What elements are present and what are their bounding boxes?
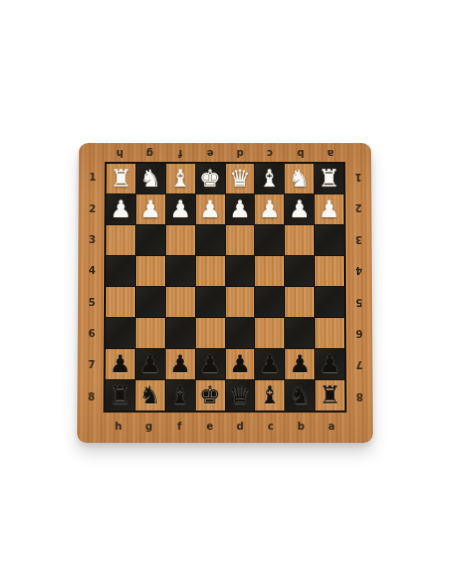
piece-bP-f7: ♟ (169, 352, 191, 376)
square-a4[interactable] (315, 256, 344, 286)
rank-label-right-4: 4 (351, 255, 367, 286)
product-photo-scene: hgfedcba 12345678 ♜♞♝♚♛♝♞♜♟♟♟♟♟♟♟♟♟♟♟♟♟♟… (0, 0, 452, 584)
square-c2[interactable]: ♟ (255, 194, 284, 224)
square-f7[interactable]: ♟ (166, 349, 195, 379)
square-c4[interactable] (255, 256, 284, 286)
piece-bR-h8: ♜ (109, 383, 131, 407)
file-label-top-h: h (105, 146, 135, 161)
piece-wP-f2: ♟ (170, 197, 191, 221)
piece-bK-e8: ♚ (199, 383, 221, 407)
rank-label-left-3: 3 (84, 224, 100, 255)
square-a7[interactable]: ♟ (315, 349, 344, 379)
square-a1[interactable]: ♜ (315, 164, 344, 194)
rank-labels-right: 12345678 (350, 162, 367, 413)
rank-label-left-7: 7 (83, 349, 99, 381)
piece-wQ-d1: ♛ (229, 167, 250, 191)
rank-label-right-6: 6 (351, 318, 367, 349)
square-h2[interactable]: ♟ (106, 194, 135, 224)
rank-label-right-5: 5 (351, 287, 367, 318)
square-g4[interactable] (136, 256, 165, 286)
square-c5[interactable] (255, 287, 284, 317)
piece-bP-g7: ♟ (139, 352, 161, 376)
square-b6[interactable] (285, 318, 314, 348)
piece-bR-a8: ♜ (319, 383, 341, 407)
square-e8[interactable]: ♚ (195, 380, 224, 410)
square-d2[interactable]: ♟ (225, 194, 254, 224)
square-b7[interactable]: ♟ (285, 349, 314, 379)
piece-wP-d2: ♟ (229, 197, 250, 221)
piece-bN-g8: ♞ (139, 383, 161, 407)
file-label-bottom-c: c (255, 419, 285, 434)
square-g1[interactable]: ♞ (136, 164, 165, 194)
square-a6[interactable] (315, 318, 344, 348)
file-label-bottom-h: h (103, 419, 133, 434)
chess-board: hgfedcba 12345678 ♜♞♝♚♛♝♞♜♟♟♟♟♟♟♟♟♟♟♟♟♟♟… (77, 143, 373, 443)
piece-wP-e2: ♟ (199, 197, 220, 221)
square-e7[interactable]: ♟ (196, 349, 225, 379)
square-h3[interactable] (106, 225, 135, 255)
square-g5[interactable] (136, 287, 165, 317)
piece-bP-b7: ♟ (289, 352, 311, 376)
square-c3[interactable] (255, 225, 284, 255)
rank-label-left-2: 2 (84, 193, 100, 224)
square-d8[interactable]: ♛ (226, 380, 255, 410)
file-label-bottom-g: g (134, 419, 164, 434)
square-g6[interactable] (136, 318, 165, 348)
file-label-bottom-f: f (164, 419, 194, 434)
piece-wP-a2: ♟ (318, 197, 340, 221)
rank-label-left-6: 6 (84, 318, 100, 349)
board-grid: ♜♞♝♚♛♝♞♜♟♟♟♟♟♟♟♟♟♟♟♟♟♟♟♟♜♞♝♚♛♝♞♜ (103, 162, 346, 413)
square-c8[interactable]: ♝ (255, 380, 284, 410)
piece-wB-f1: ♝ (170, 167, 191, 191)
piece-wP-g2: ♟ (140, 197, 162, 221)
square-d5[interactable] (225, 287, 254, 317)
square-e3[interactable] (196, 225, 225, 255)
square-h1[interactable]: ♜ (107, 164, 136, 194)
square-d6[interactable] (226, 318, 255, 348)
square-f8[interactable]: ♝ (165, 380, 194, 410)
piece-wR-h1: ♜ (110, 167, 132, 191)
square-b8[interactable]: ♞ (285, 380, 314, 410)
square-e1[interactable]: ♚ (196, 164, 225, 194)
piece-bP-h7: ♟ (109, 352, 131, 376)
rank-label-right-7: 7 (351, 349, 367, 381)
square-h4[interactable] (106, 256, 135, 286)
square-a8[interactable]: ♜ (315, 380, 344, 410)
piece-wP-h2: ♟ (110, 197, 132, 221)
piece-bP-e7: ♟ (199, 352, 221, 376)
square-b4[interactable] (285, 256, 314, 286)
square-d4[interactable] (225, 256, 254, 286)
square-h8[interactable]: ♜ (105, 380, 134, 410)
square-f4[interactable] (166, 256, 195, 286)
square-a3[interactable] (315, 225, 344, 255)
file-label-top-d: d (225, 146, 255, 161)
file-label-top-e: e (195, 146, 225, 161)
square-d3[interactable] (225, 225, 254, 255)
piece-wR-a1: ♜ (318, 167, 340, 191)
piece-wN-g1: ♞ (140, 167, 161, 191)
file-label-top-b: b (285, 146, 315, 161)
piece-bP-c7: ♟ (259, 352, 281, 376)
file-label-bottom-b: b (286, 419, 316, 434)
rank-label-left-1: 1 (85, 162, 101, 193)
square-g8[interactable]: ♞ (135, 380, 164, 410)
piece-bP-d7: ♟ (229, 352, 251, 376)
piece-bB-f8: ♝ (169, 383, 191, 407)
square-e2[interactable]: ♟ (196, 194, 225, 224)
file-label-top-c: c (255, 146, 285, 161)
square-e6[interactable] (196, 318, 225, 348)
square-h7[interactable]: ♟ (106, 349, 135, 379)
square-e4[interactable] (196, 256, 225, 286)
piece-bP-a7: ♟ (319, 352, 341, 376)
square-c7[interactable]: ♟ (255, 349, 284, 379)
file-labels-bottom: hgfedcba (103, 419, 346, 434)
rank-label-left-4: 4 (84, 255, 100, 286)
square-a5[interactable] (315, 287, 344, 317)
file-label-top-g: g (135, 146, 165, 161)
square-g7[interactable]: ♟ (136, 349, 165, 379)
piece-wP-c2: ♟ (259, 197, 280, 221)
square-f1[interactable]: ♝ (166, 164, 195, 194)
square-h5[interactable] (106, 287, 135, 317)
file-label-top-f: f (165, 146, 195, 161)
square-f3[interactable] (166, 225, 195, 255)
square-c6[interactable] (255, 318, 284, 348)
rank-label-left-8: 8 (83, 381, 99, 413)
square-b2[interactable]: ♟ (285, 194, 314, 224)
square-f5[interactable] (166, 287, 195, 317)
square-g3[interactable] (136, 225, 165, 255)
rank-label-right-8: 8 (351, 381, 367, 413)
file-label-bottom-a: a (316, 419, 346, 434)
square-b5[interactable] (285, 287, 314, 317)
piece-bB-c8: ♝ (259, 383, 281, 407)
square-f2[interactable]: ♟ (166, 194, 195, 224)
piece-wN-b1: ♞ (289, 167, 310, 191)
square-f6[interactable] (166, 318, 195, 348)
piece-wP-b2: ♟ (289, 197, 311, 221)
piece-bN-b8: ♞ (289, 383, 311, 407)
square-d1[interactable]: ♛ (225, 164, 254, 194)
square-e5[interactable] (196, 287, 225, 317)
square-h6[interactable] (106, 318, 135, 348)
file-label-top-a: a (315, 146, 345, 161)
rank-label-left-5: 5 (84, 287, 100, 318)
square-b1[interactable]: ♞ (285, 164, 314, 194)
square-b3[interactable] (285, 225, 314, 255)
square-c1[interactable]: ♝ (255, 164, 284, 194)
square-g2[interactable]: ♟ (136, 194, 165, 224)
square-a2[interactable]: ♟ (315, 194, 344, 224)
rank-labels-left: 12345678 (83, 162, 100, 413)
square-d7[interactable]: ♟ (226, 349, 255, 379)
file-labels-top: hgfedcba (105, 146, 346, 161)
piece-bQ-d8: ♛ (229, 383, 251, 407)
rank-label-right-1: 1 (350, 162, 366, 193)
file-label-bottom-d: d (225, 419, 255, 434)
rank-label-right-3: 3 (351, 224, 367, 255)
piece-wB-c1: ♝ (259, 167, 280, 191)
rank-label-right-2: 2 (350, 193, 366, 224)
file-label-bottom-e: e (195, 419, 225, 434)
piece-wK-e1: ♚ (199, 167, 220, 191)
